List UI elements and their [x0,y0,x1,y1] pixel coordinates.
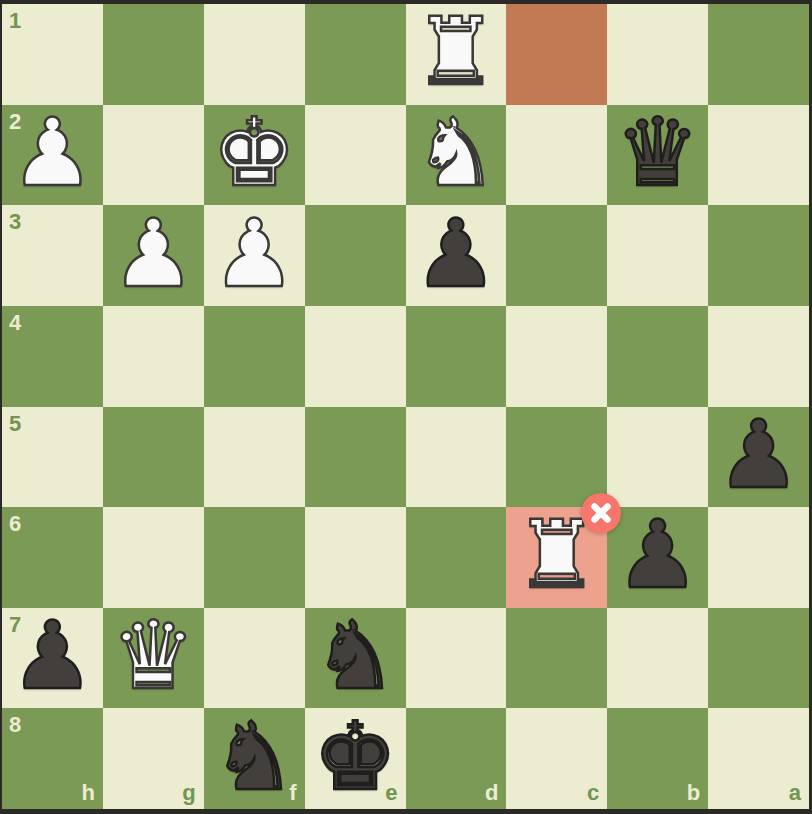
square-h4[interactable]: 4 [2,306,103,407]
square-a8[interactable]: a [708,708,809,809]
square-d1[interactable]: ♜ [406,4,507,105]
miss-x-icon [581,493,621,533]
square-e3[interactable] [305,205,406,306]
square-e7[interactable]: ♞ [305,608,406,709]
white-pawn[interactable]: ♟ [212,207,296,301]
square-b2[interactable]: ♛ [607,105,708,206]
square-b1[interactable] [607,4,708,105]
square-a7[interactable] [708,608,809,709]
square-c5[interactable] [506,407,607,508]
square-b3[interactable] [607,205,708,306]
square-h5[interactable]: 5 [2,407,103,508]
square-c2[interactable] [506,105,607,206]
square-f8[interactable]: f♞ [204,708,305,809]
white-queen[interactable]: ♛ [111,609,195,703]
white-pawn[interactable]: ♟ [10,106,94,200]
square-d5[interactable] [406,407,507,508]
square-b4[interactable] [607,306,708,407]
square-f4[interactable] [204,306,305,407]
black-pawn[interactable]: ♟ [10,609,94,703]
rank-label-3: 3 [9,211,21,233]
square-h2[interactable]: 2♟ [2,105,103,206]
square-c4[interactable] [506,306,607,407]
square-h7[interactable]: 7♟ [2,608,103,709]
square-a3[interactable] [708,205,809,306]
square-f3[interactable]: ♟ [204,205,305,306]
square-f1[interactable] [204,4,305,105]
black-knight[interactable]: ♞ [313,609,397,703]
file-label-c: c [587,782,599,804]
board-frame: 1♜2♟♚♞♛3♟♟♟45♟6♜♟7♟♛♞8hgf♞e♚dcba [0,0,812,814]
square-b6[interactable]: ♟ [607,507,708,608]
square-b7[interactable] [607,608,708,709]
file-label-b: b [687,782,700,804]
square-d4[interactable] [406,306,507,407]
square-e8[interactable]: e♚ [305,708,406,809]
square-d8[interactable]: d [406,708,507,809]
white-pawn[interactable]: ♟ [111,207,195,301]
square-a2[interactable] [708,105,809,206]
rank-label-8: 8 [9,714,21,736]
black-king[interactable]: ♚ [313,710,397,804]
square-d7[interactable] [406,608,507,709]
square-f2[interactable]: ♚ [204,105,305,206]
square-g6[interactable] [103,507,204,608]
square-e1[interactable] [305,4,406,105]
file-label-d: d [485,782,498,804]
square-d6[interactable] [406,507,507,608]
rank-label-6: 6 [9,513,21,535]
rank-label-4: 4 [9,312,21,334]
square-h6[interactable]: 6 [2,507,103,608]
square-a6[interactable] [708,507,809,608]
square-c1[interactable] [506,4,607,105]
white-knight[interactable]: ♞ [414,106,498,200]
square-d3[interactable]: ♟ [406,205,507,306]
square-c8[interactable]: c [506,708,607,809]
square-f6[interactable] [204,507,305,608]
square-f7[interactable] [204,608,305,709]
square-b8[interactable]: b [607,708,708,809]
black-queen[interactable]: ♛ [616,106,700,200]
square-a1[interactable] [708,4,809,105]
square-g2[interactable] [103,105,204,206]
square-g3[interactable]: ♟ [103,205,204,306]
square-c6[interactable]: ♜ [506,507,607,608]
square-h3[interactable]: 3 [2,205,103,306]
black-pawn[interactable]: ♟ [616,508,700,602]
square-e6[interactable] [305,507,406,608]
black-pawn[interactable]: ♟ [414,207,498,301]
square-h8[interactable]: 8h [2,708,103,809]
chess-board: 1♜2♟♚♞♛3♟♟♟45♟6♜♟7♟♛♞8hgf♞e♚dcba [2,4,809,809]
square-g1[interactable] [103,4,204,105]
square-a5[interactable]: ♟ [708,407,809,508]
square-c3[interactable] [506,205,607,306]
square-c7[interactable] [506,608,607,709]
square-g7[interactable]: ♛ [103,608,204,709]
square-b5[interactable] [607,407,708,508]
white-rook[interactable]: ♜ [414,5,498,99]
square-f5[interactable] [204,407,305,508]
square-e2[interactable] [305,105,406,206]
file-label-g: g [182,782,195,804]
rank-label-5: 5 [9,413,21,435]
white-king[interactable]: ♚ [212,106,296,200]
file-label-a: a [789,782,801,804]
square-d2[interactable]: ♞ [406,105,507,206]
black-knight[interactable]: ♞ [212,710,296,804]
rank-label-1: 1 [9,10,21,32]
square-e4[interactable] [305,306,406,407]
black-pawn[interactable]: ♟ [716,408,800,502]
square-e5[interactable] [305,407,406,508]
square-g8[interactable]: g [103,708,204,809]
square-h1[interactable]: 1 [2,4,103,105]
square-g5[interactable] [103,407,204,508]
square-a4[interactable] [708,306,809,407]
square-g4[interactable] [103,306,204,407]
file-label-h: h [81,782,94,804]
